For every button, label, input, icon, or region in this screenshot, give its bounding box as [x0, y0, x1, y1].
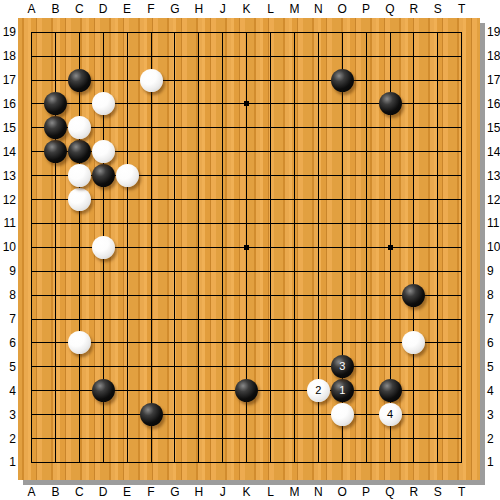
column-label-top-N: N — [314, 2, 323, 16]
go-board: 1324 — [18, 18, 480, 480]
column-label-bottom-Q: Q — [385, 485, 394, 499]
column-label-top-Q: Q — [385, 2, 394, 16]
star-point-Q10 — [388, 245, 393, 250]
row-label-left-6: 6 — [0, 336, 16, 350]
stone-black-B15 — [44, 116, 67, 139]
stone-black-O17 — [331, 69, 354, 92]
row-label-left-18: 18 — [0, 49, 16, 63]
column-label-bottom-T: T — [458, 485, 465, 499]
grid-line-horizontal — [31, 342, 462, 343]
grid-line-horizontal — [31, 366, 462, 367]
column-label-top-G: G — [170, 2, 179, 16]
row-label-right-14: 14 — [487, 145, 500, 159]
grid-line-horizontal — [31, 319, 462, 320]
column-label-top-B: B — [51, 2, 59, 16]
grid-line-horizontal — [31, 295, 462, 296]
stone-black-B14 — [44, 140, 67, 163]
stone-black-R8 — [402, 284, 425, 307]
row-label-right-13: 13 — [487, 169, 500, 183]
move-number-label: 3 — [339, 361, 345, 372]
column-label-top-M: M — [289, 2, 299, 16]
row-label-left-8: 8 — [0, 288, 16, 302]
stone-white-N4: 2 — [307, 379, 330, 402]
row-label-left-5: 5 — [0, 360, 16, 374]
row-label-left-7: 7 — [0, 312, 16, 326]
stone-white-F17 — [140, 69, 163, 92]
column-label-bottom-D: D — [99, 485, 108, 499]
column-label-bottom-A: A — [27, 485, 35, 499]
column-label-bottom-G: G — [170, 485, 179, 499]
column-label-bottom-N: N — [314, 485, 323, 499]
grid-line-horizontal — [31, 438, 462, 439]
row-label-right-10: 10 — [487, 240, 500, 254]
stone-black-O5: 3 — [331, 355, 354, 378]
row-label-right-3: 3 — [487, 408, 500, 422]
stone-black-F3 — [140, 403, 163, 426]
stone-black-Q16 — [379, 92, 402, 115]
column-label-top-T: T — [458, 2, 465, 16]
stone-white-D10 — [92, 236, 115, 259]
row-label-right-12: 12 — [487, 193, 500, 207]
star-point-K16 — [244, 101, 249, 106]
grid-line-vertical — [366, 32, 367, 463]
column-label-bottom-O: O — [338, 485, 347, 499]
stone-white-C15 — [68, 116, 91, 139]
column-label-top-S: S — [434, 2, 442, 16]
move-number-label: 1 — [339, 385, 345, 396]
row-label-right-17: 17 — [487, 73, 500, 87]
grid-line-vertical — [437, 32, 438, 463]
move-number-label: 4 — [387, 409, 393, 420]
column-label-top-K: K — [243, 2, 251, 16]
star-point-K10 — [244, 245, 249, 250]
stone-white-C6 — [68, 331, 91, 354]
column-label-bottom-K: K — [243, 485, 251, 499]
grid-line-horizontal — [31, 462, 462, 463]
row-label-left-13: 13 — [0, 169, 16, 183]
go-diagram: 1324 AABBCCDDEEFFGGHHJJKKLLMMNNOOPPQQRRS… — [0, 0, 500, 500]
column-label-top-R: R — [410, 2, 419, 16]
row-label-right-2: 2 — [487, 432, 500, 446]
row-label-right-6: 6 — [487, 336, 500, 350]
stone-black-O4: 1 — [331, 379, 354, 402]
stone-black-K4 — [235, 379, 258, 402]
column-label-bottom-B: B — [51, 485, 59, 499]
row-label-left-12: 12 — [0, 193, 16, 207]
column-label-bottom-P: P — [362, 485, 370, 499]
column-label-bottom-C: C — [75, 485, 84, 499]
stone-white-D14 — [92, 140, 115, 163]
grid-line-vertical — [413, 32, 414, 463]
stone-white-Q3: 4 — [379, 403, 402, 426]
row-label-right-19: 19 — [487, 25, 500, 39]
column-label-bottom-J: J — [220, 485, 226, 499]
column-label-top-F: F — [147, 2, 154, 16]
column-label-top-C: C — [75, 2, 84, 16]
column-label-top-E: E — [123, 2, 131, 16]
column-label-bottom-R: R — [410, 485, 419, 499]
column-label-bottom-M: M — [289, 485, 299, 499]
grid-line-vertical — [294, 32, 295, 463]
row-label-left-1: 1 — [0, 455, 16, 469]
stone-white-O3 — [331, 403, 354, 426]
row-label-left-19: 19 — [0, 25, 16, 39]
stone-white-D16 — [92, 92, 115, 115]
stone-black-C17 — [68, 69, 91, 92]
column-label-top-D: D — [99, 2, 108, 16]
row-label-right-5: 5 — [487, 360, 500, 374]
grid-line-vertical — [461, 32, 462, 463]
column-label-top-J: J — [220, 2, 226, 16]
column-label-top-L: L — [267, 2, 274, 16]
row-label-left-17: 17 — [0, 73, 16, 87]
column-label-bottom-S: S — [434, 485, 442, 499]
row-label-left-10: 10 — [0, 240, 16, 254]
stone-white-C13 — [68, 164, 91, 187]
stone-black-D13 — [92, 164, 115, 187]
stone-white-R6 — [402, 331, 425, 354]
column-label-bottom-H: H — [194, 485, 203, 499]
column-label-bottom-L: L — [267, 485, 274, 499]
row-label-right-15: 15 — [487, 121, 500, 135]
row-label-left-11: 11 — [0, 216, 16, 230]
grid-line-horizontal — [31, 271, 462, 272]
move-number-label: 2 — [315, 385, 321, 396]
row-label-right-4: 4 — [487, 384, 500, 398]
row-label-left-16: 16 — [0, 97, 16, 111]
row-label-right-8: 8 — [487, 288, 500, 302]
row-label-left-2: 2 — [0, 432, 16, 446]
row-label-right-11: 11 — [487, 216, 500, 230]
row-label-left-14: 14 — [0, 145, 16, 159]
row-label-left-4: 4 — [0, 384, 16, 398]
row-label-left-15: 15 — [0, 121, 16, 135]
stone-white-C12 — [68, 188, 91, 211]
stone-black-C14 — [68, 140, 91, 163]
grid-line-vertical — [270, 32, 271, 463]
row-label-right-1: 1 — [487, 455, 500, 469]
row-label-right-18: 18 — [487, 49, 500, 63]
column-label-bottom-E: E — [123, 485, 131, 499]
row-label-left-3: 3 — [0, 408, 16, 422]
column-label-top-P: P — [362, 2, 370, 16]
column-label-bottom-F: F — [147, 485, 154, 499]
row-label-right-16: 16 — [487, 97, 500, 111]
column-label-top-O: O — [338, 2, 347, 16]
row-label-right-9: 9 — [487, 264, 500, 278]
column-label-top-A: A — [27, 2, 35, 16]
stone-white-E13 — [116, 164, 139, 187]
stone-black-Q4 — [379, 379, 402, 402]
column-label-top-H: H — [194, 2, 203, 16]
stone-black-B16 — [44, 92, 67, 115]
row-label-right-7: 7 — [487, 312, 500, 326]
row-label-left-9: 9 — [0, 264, 16, 278]
stone-black-D4 — [92, 379, 115, 402]
